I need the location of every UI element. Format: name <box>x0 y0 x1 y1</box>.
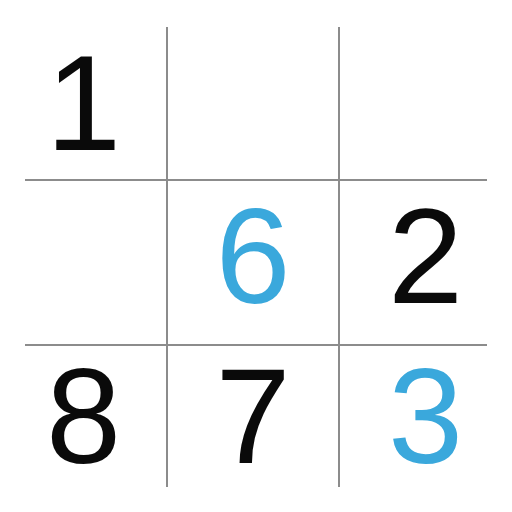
sudoku-cell-grid: 1 6 2 8 7 3 <box>0 0 512 512</box>
cell-digit: 8 <box>46 349 121 484</box>
cell-digit: 1 <box>46 36 121 171</box>
sudoku-cell-r1c2[interactable]: 2 <box>339 180 512 345</box>
grid-line-horizontal-1 <box>25 179 487 181</box>
sudoku-cell-r0c2[interactable] <box>339 0 512 180</box>
sudoku-cell-r2c2[interactable]: 3 <box>339 345 512 512</box>
cell-digit: 2 <box>388 189 463 324</box>
grid-line-vertical-1 <box>166 27 168 487</box>
sudoku-cell-r1c0[interactable] <box>0 180 167 345</box>
sudoku-cell-r2c0[interactable]: 8 <box>0 345 167 512</box>
sudoku-cell-r0c0[interactable]: 1 <box>0 0 167 180</box>
cell-digit: 6 <box>215 189 290 324</box>
cell-digit: 3 <box>388 349 463 484</box>
sudoku-cell-r0c1[interactable] <box>167 0 339 180</box>
grid-line-horizontal-2 <box>25 344 487 346</box>
sudoku-cell-r2c1[interactable]: 7 <box>167 345 339 512</box>
sudoku-cell-r1c1[interactable]: 6 <box>167 180 339 345</box>
cell-digit: 7 <box>215 349 290 484</box>
sudoku-board: 1 6 2 8 7 3 <box>0 0 512 512</box>
grid-line-vertical-2 <box>338 27 340 487</box>
